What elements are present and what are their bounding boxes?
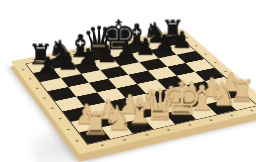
board-frame: ♜♞♝♛♚♝♞♜♟♟♟♟♟♟♟♟♟♟♟♟♟♟♟♟♜♞♝♛♚♝♞♜ <box>11 28 256 154</box>
piece-white-rook-a1[interactable]: ♜ <box>75 110 117 137</box>
chess-set-photo: ♜♞♝♛♚♝♞♜♟♟♟♟♟♟♟♟♟♟♟♟♟♟♟♟♜♞♝♛♚♝♞♜ <box>0 0 256 162</box>
chess-board: ♜♞♝♛♚♝♞♜♟♟♟♟♟♟♟♟♟♟♟♟♟♟♟♟♜♞♝♛♚♝♞♜ <box>11 28 256 154</box>
square-a1[interactable]: ♜ <box>79 128 110 144</box>
piece-black-pawn-a7[interactable]: ♟ <box>29 55 66 76</box>
scene: ♜♞♝♛♚♝♞♜♟♟♟♟♟♟♟♟♟♟♟♟♟♟♟♟♜♞♝♛♚♝♞♜ <box>37 0 237 162</box>
